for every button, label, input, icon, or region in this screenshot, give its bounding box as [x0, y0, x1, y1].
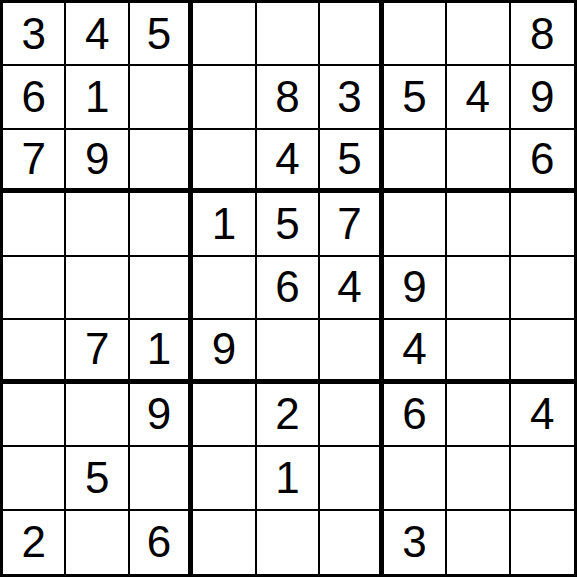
cell-r3c8[interactable] [447, 130, 510, 193]
cell-r1c9[interactable]: 8 [511, 3, 574, 66]
cell-r4c3[interactable] [130, 193, 193, 256]
cell-r7c4[interactable] [193, 384, 256, 447]
cell-r1c4[interactable] [193, 3, 256, 66]
given-digit: 5 [85, 456, 109, 500]
given-digit: 5 [275, 202, 299, 246]
given-digit: 3 [337, 75, 361, 119]
cell-r5c6[interactable]: 4 [320, 257, 383, 320]
given-digit: 4 [402, 327, 426, 371]
cell-r6c7[interactable]: 4 [384, 320, 447, 383]
cell-r6c5[interactable] [257, 320, 320, 383]
given-digit: 5 [402, 75, 426, 119]
cell-r2c1[interactable]: 6 [3, 66, 66, 129]
given-digit: 1 [85, 75, 109, 119]
cell-r7c3[interactable]: 9 [130, 384, 193, 447]
cell-r6c3[interactable]: 1 [130, 320, 193, 383]
given-digit: 4 [530, 392, 554, 436]
cell-r9c8[interactable] [447, 511, 510, 574]
cell-r9c2[interactable] [66, 511, 129, 574]
given-digit: 6 [147, 520, 171, 564]
given-digit: 6 [275, 265, 299, 309]
given-digit: 6 [402, 392, 426, 436]
given-digit: 8 [530, 12, 554, 56]
cell-r3c1[interactable]: 7 [3, 130, 66, 193]
cell-r1c3[interactable]: 5 [130, 3, 193, 66]
cell-r6c9[interactable] [511, 320, 574, 383]
given-digit: 3 [402, 520, 426, 564]
cell-r4c6[interactable]: 7 [320, 193, 383, 256]
cell-r4c4[interactable]: 1 [193, 193, 256, 256]
cell-r4c7[interactable] [384, 193, 447, 256]
cell-r3c3[interactable] [130, 130, 193, 193]
given-digit: 5 [147, 12, 171, 56]
cell-r8c9[interactable] [511, 447, 574, 510]
cell-r5c9[interactable] [511, 257, 574, 320]
cell-r9c3[interactable]: 6 [130, 511, 193, 574]
cell-r8c6[interactable] [320, 447, 383, 510]
cell-r2c2[interactable]: 1 [66, 66, 129, 129]
given-digit: 7 [85, 327, 109, 371]
cell-r8c2[interactable]: 5 [66, 447, 129, 510]
given-digit: 4 [275, 137, 299, 181]
cell-r1c7[interactable] [384, 3, 447, 66]
given-digit: 9 [530, 75, 554, 119]
cell-r8c7[interactable] [384, 447, 447, 510]
cell-r7c1[interactable] [3, 384, 66, 447]
given-digit: 1 [275, 456, 299, 500]
cell-r4c9[interactable] [511, 193, 574, 256]
cell-r9c9[interactable] [511, 511, 574, 574]
cell-r5c5[interactable]: 6 [257, 257, 320, 320]
cell-r4c5[interactable]: 5 [257, 193, 320, 256]
given-digit: 2 [275, 392, 299, 436]
cell-r7c7[interactable]: 6 [384, 384, 447, 447]
given-digit: 9 [402, 265, 426, 309]
cell-r9c4[interactable] [193, 511, 256, 574]
cell-r6c8[interactable] [447, 320, 510, 383]
cell-r5c4[interactable] [193, 257, 256, 320]
cell-r7c8[interactable] [447, 384, 510, 447]
sudoku-board: 34586183549794561576497194926451263 [0, 0, 577, 577]
cell-r3c4[interactable] [193, 130, 256, 193]
cell-r1c5[interactable] [257, 3, 320, 66]
cell-r2c7[interactable]: 5 [384, 66, 447, 129]
cell-r9c1[interactable]: 2 [3, 511, 66, 574]
cell-r6c6[interactable] [320, 320, 383, 383]
cell-r6c1[interactable] [3, 320, 66, 383]
cell-r3c9[interactable]: 6 [511, 130, 574, 193]
given-digit: 4 [466, 75, 490, 119]
sudoku-page: 34586183549794561576497194926451263 [0, 0, 577, 577]
cell-r7c2[interactable] [66, 384, 129, 447]
cell-r8c1[interactable] [3, 447, 66, 510]
cell-r4c8[interactable] [447, 193, 510, 256]
given-digit: 4 [85, 12, 109, 56]
cell-r1c6[interactable] [320, 3, 383, 66]
cell-r2c8[interactable]: 4 [447, 66, 510, 129]
cell-r2c3[interactable] [130, 66, 193, 129]
given-digit: 1 [212, 202, 236, 246]
given-digit: 7 [21, 137, 45, 181]
given-digit: 1 [147, 327, 171, 371]
cell-r4c2[interactable] [66, 193, 129, 256]
cell-r2c5[interactable]: 8 [257, 66, 320, 129]
given-digit: 3 [21, 12, 45, 56]
given-digit: 2 [21, 520, 45, 564]
cell-r6c4[interactable]: 9 [193, 320, 256, 383]
cell-r8c8[interactable] [447, 447, 510, 510]
given-digit: 5 [337, 137, 361, 181]
cell-r5c1[interactable] [3, 257, 66, 320]
given-digit: 7 [337, 202, 361, 246]
cell-r4c1[interactable] [3, 193, 66, 256]
cell-r9c7[interactable]: 3 [384, 511, 447, 574]
cell-r3c6[interactable]: 5 [320, 130, 383, 193]
given-digit: 6 [21, 75, 45, 119]
cell-r6c2[interactable]: 7 [66, 320, 129, 383]
cell-r9c6[interactable] [320, 511, 383, 574]
cell-r3c7[interactable] [384, 130, 447, 193]
cell-r8c5[interactable]: 1 [257, 447, 320, 510]
given-digit: 9 [147, 392, 171, 436]
cell-r7c6[interactable] [320, 384, 383, 447]
cell-r7c9[interactable]: 4 [511, 384, 574, 447]
cell-r3c5[interactable]: 4 [257, 130, 320, 193]
cell-r5c2[interactable] [66, 257, 129, 320]
cell-r8c3[interactable] [130, 447, 193, 510]
given-digit: 4 [337, 265, 361, 309]
cell-r1c2[interactable]: 4 [66, 3, 129, 66]
given-digit: 8 [275, 75, 299, 119]
cell-r9c5[interactable] [257, 511, 320, 574]
given-digit: 9 [85, 137, 109, 181]
cell-r2c9[interactable]: 9 [511, 66, 574, 129]
cell-r3c2[interactable]: 9 [66, 130, 129, 193]
cell-r8c4[interactable] [193, 447, 256, 510]
cell-r2c4[interactable] [193, 66, 256, 129]
cell-r5c7[interactable]: 9 [384, 257, 447, 320]
cell-r5c3[interactable] [130, 257, 193, 320]
given-digit: 9 [212, 327, 236, 371]
cell-r1c8[interactable] [447, 3, 510, 66]
cell-r1c1[interactable]: 3 [3, 3, 66, 66]
cell-r5c8[interactable] [447, 257, 510, 320]
cell-r2c6[interactable]: 3 [320, 66, 383, 129]
cell-r7c5[interactable]: 2 [257, 384, 320, 447]
given-digit: 6 [530, 137, 554, 181]
